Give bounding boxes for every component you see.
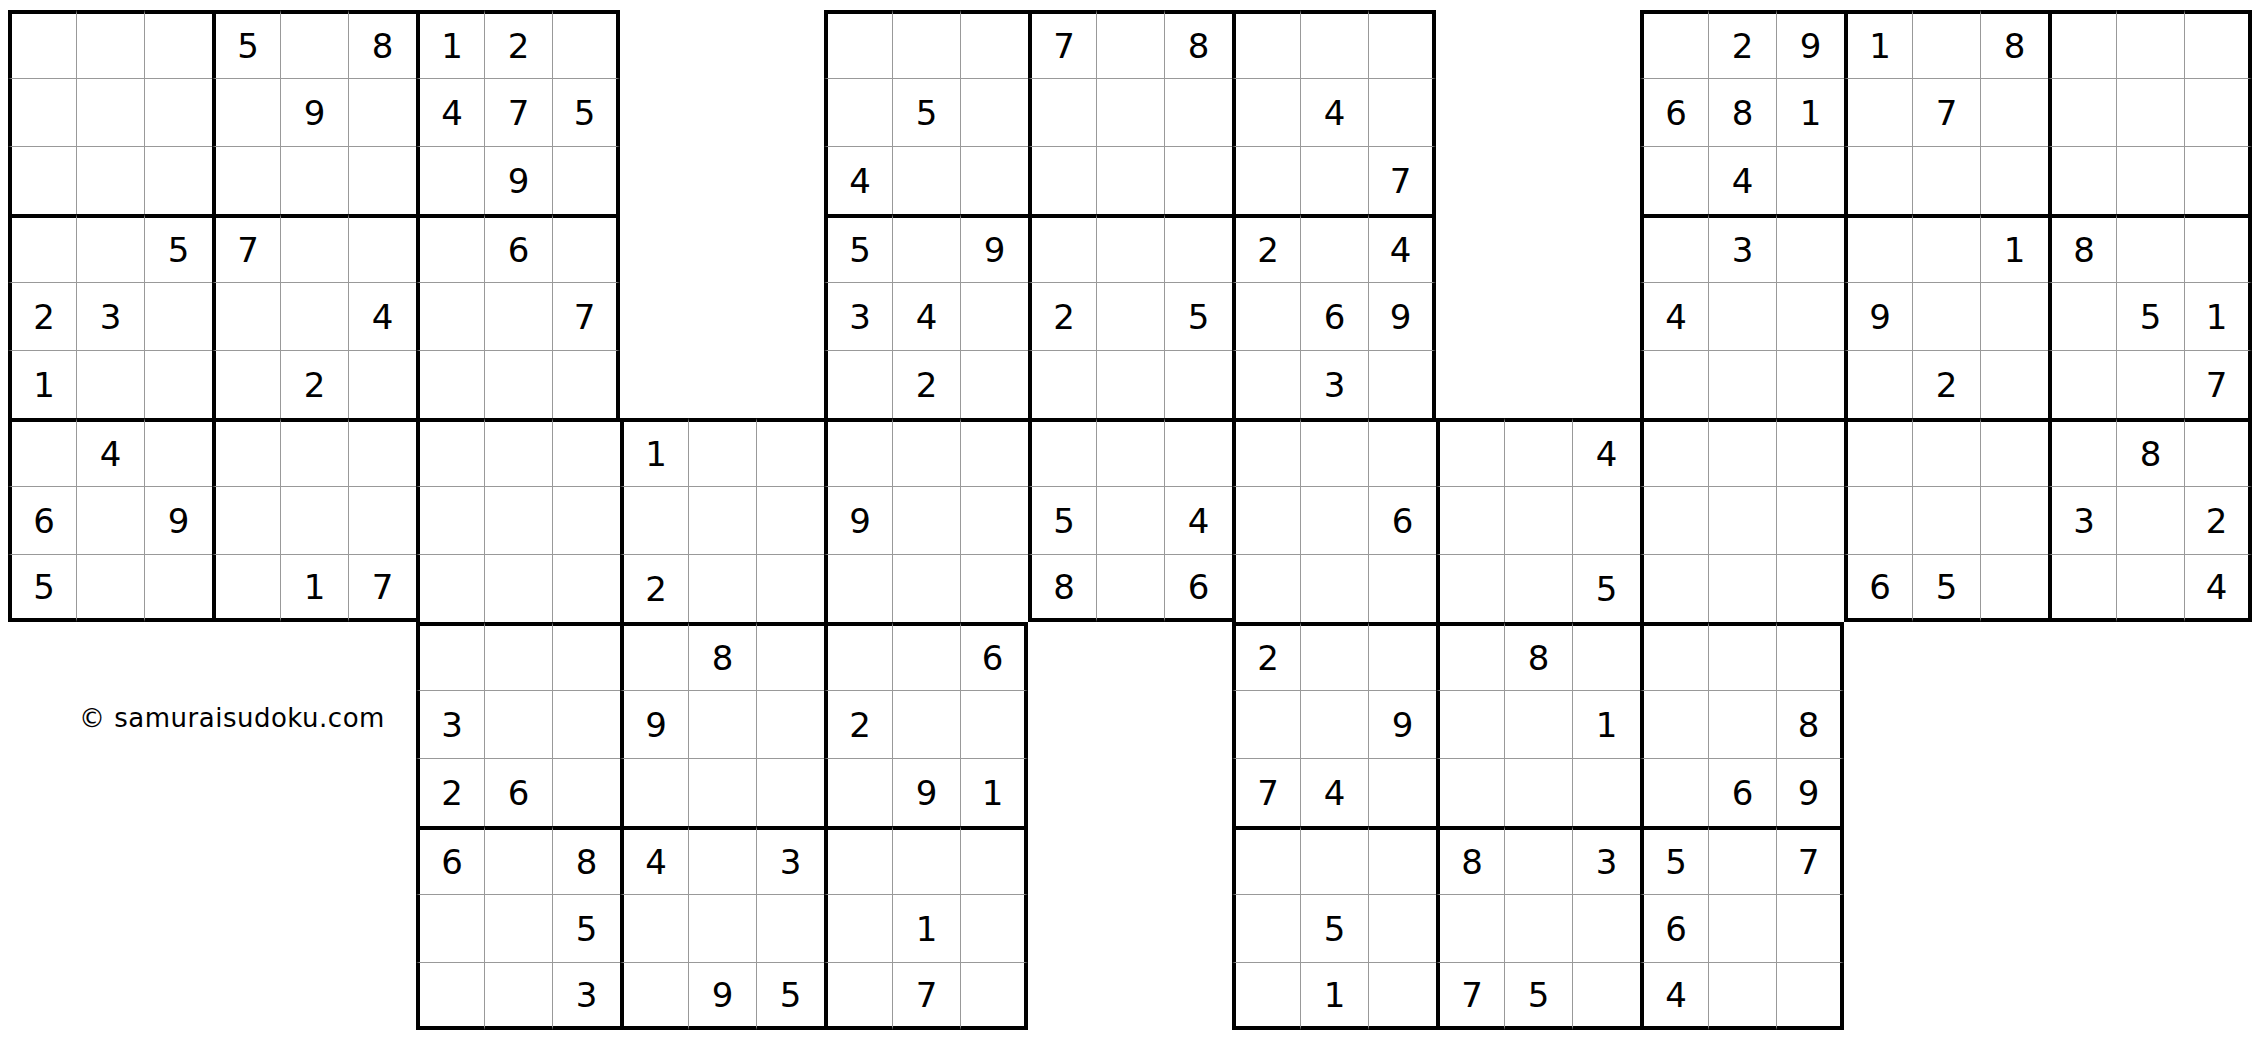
sudoku-cell-r5c14[interactable]: 4 <box>892 282 960 350</box>
sudoku-cell-r12c25[interactable] <box>1640 758 1708 826</box>
sudoku-cell-r3c32[interactable] <box>2116 146 2184 214</box>
sudoku-cell-r1c31[interactable] <box>2048 10 2116 78</box>
sudoku-cell-r12c26[interactable]: 6 <box>1708 758 1776 826</box>
sudoku-cell-r14c25[interactable]: 6 <box>1640 894 1708 962</box>
sudoku-cell-r12c27[interactable]: 9 <box>1776 758 1844 826</box>
sudoku-cell-r8c8[interactable] <box>484 486 552 554</box>
sudoku-cell-r8c33[interactable]: 2 <box>2184 486 2252 554</box>
sudoku-cell-r7c5[interactable] <box>280 418 348 486</box>
sudoku-cell-r14c7[interactable] <box>416 894 484 962</box>
sudoku-cell-r2c21[interactable] <box>1368 78 1436 146</box>
sudoku-cell-r8c17[interactable] <box>1096 486 1164 554</box>
sudoku-cell-r5c31[interactable] <box>2048 282 2116 350</box>
sudoku-cell-r3c27[interactable] <box>1776 146 1844 214</box>
sudoku-cell-r2c4[interactable] <box>212 78 280 146</box>
sudoku-cell-r2c3[interactable] <box>144 78 212 146</box>
sudoku-cell-r8c21[interactable]: 6 <box>1368 486 1436 554</box>
sudoku-cell-r9c28[interactable]: 6 <box>1844 554 1912 622</box>
sudoku-cell-r4c14[interactable] <box>892 214 960 282</box>
sudoku-cell-r7c23[interactable] <box>1504 418 1572 486</box>
sudoku-cell-r7c21[interactable] <box>1368 418 1436 486</box>
sudoku-cell-r4c21[interactable]: 4 <box>1368 214 1436 282</box>
sudoku-cell-r9c9[interactable] <box>552 554 620 622</box>
sudoku-cell-r7c18[interactable] <box>1164 418 1232 486</box>
sudoku-cell-r8c32[interactable] <box>2116 486 2184 554</box>
sudoku-cell-r1c28[interactable]: 1 <box>1844 10 1912 78</box>
sudoku-cell-r10c13[interactable] <box>824 622 892 690</box>
sudoku-cell-r2c19[interactable] <box>1232 78 1300 146</box>
sudoku-cell-r8c23[interactable] <box>1504 486 1572 554</box>
sudoku-cell-r9c18[interactable]: 6 <box>1164 554 1232 622</box>
sudoku-cell-r8c18[interactable]: 4 <box>1164 486 1232 554</box>
sudoku-cell-r1c3[interactable] <box>144 10 212 78</box>
sudoku-cell-r11c26[interactable] <box>1708 690 1776 758</box>
sudoku-cell-r7c24[interactable]: 4 <box>1572 418 1640 486</box>
sudoku-cell-r15c10[interactable] <box>620 962 688 1030</box>
sudoku-cell-r5c15[interactable] <box>960 282 1028 350</box>
sudoku-cell-r9c15[interactable] <box>960 554 1028 622</box>
sudoku-cell-r6c6[interactable] <box>348 350 416 418</box>
sudoku-cell-r3c16[interactable] <box>1028 146 1096 214</box>
sudoku-cell-r4c33[interactable] <box>2184 214 2252 282</box>
sudoku-cell-r1c26[interactable]: 2 <box>1708 10 1776 78</box>
sudoku-cell-r7c32[interactable]: 8 <box>2116 418 2184 486</box>
sudoku-cell-r9c14[interactable] <box>892 554 960 622</box>
sudoku-cell-r7c27[interactable] <box>1776 418 1844 486</box>
sudoku-cell-r3c28[interactable] <box>1844 146 1912 214</box>
sudoku-cell-r13c25[interactable]: 5 <box>1640 826 1708 894</box>
sudoku-cell-r13c23[interactable] <box>1504 826 1572 894</box>
sudoku-cell-r2c32[interactable] <box>2116 78 2184 146</box>
sudoku-cell-r12c9[interactable] <box>552 758 620 826</box>
sudoku-cell-r3c6[interactable] <box>348 146 416 214</box>
sudoku-cell-r13c14[interactable] <box>892 826 960 894</box>
sudoku-cell-r6c3[interactable] <box>144 350 212 418</box>
sudoku-cell-r10c23[interactable]: 8 <box>1504 622 1572 690</box>
sudoku-cell-r11c15[interactable] <box>960 690 1028 758</box>
sudoku-cell-r6c32[interactable] <box>2116 350 2184 418</box>
sudoku-cell-r8c11[interactable] <box>688 486 756 554</box>
sudoku-cell-r1c6[interactable]: 8 <box>348 10 416 78</box>
sudoku-cell-r6c21[interactable] <box>1368 350 1436 418</box>
sudoku-cell-r11c9[interactable] <box>552 690 620 758</box>
sudoku-cell-r1c20[interactable] <box>1300 10 1368 78</box>
sudoku-cell-r11c7[interactable]: 3 <box>416 690 484 758</box>
sudoku-cell-r2c2[interactable] <box>76 78 144 146</box>
sudoku-cell-r2c14[interactable]: 5 <box>892 78 960 146</box>
sudoku-cell-r13c11[interactable] <box>688 826 756 894</box>
sudoku-cell-r15c24[interactable] <box>1572 962 1640 1030</box>
sudoku-cell-r5c33[interactable]: 1 <box>2184 282 2252 350</box>
sudoku-cell-r7c13[interactable] <box>824 418 892 486</box>
sudoku-cell-r10c10[interactable] <box>620 622 688 690</box>
sudoku-cell-r5c17[interactable] <box>1096 282 1164 350</box>
sudoku-cell-r14c26[interactable] <box>1708 894 1776 962</box>
sudoku-cell-r8c20[interactable] <box>1300 486 1368 554</box>
sudoku-cell-r6c14[interactable]: 2 <box>892 350 960 418</box>
sudoku-cell-r5c2[interactable]: 3 <box>76 282 144 350</box>
sudoku-cell-r13c7[interactable]: 6 <box>416 826 484 894</box>
sudoku-cell-r7c9[interactable] <box>552 418 620 486</box>
sudoku-cell-r9c32[interactable] <box>2116 554 2184 622</box>
sudoku-cell-r10c24[interactable] <box>1572 622 1640 690</box>
sudoku-cell-r6c20[interactable]: 3 <box>1300 350 1368 418</box>
sudoku-cell-r2c13[interactable] <box>824 78 892 146</box>
sudoku-cell-r3c7[interactable] <box>416 146 484 214</box>
sudoku-cell-r11c23[interactable] <box>1504 690 1572 758</box>
sudoku-cell-r12c7[interactable]: 2 <box>416 758 484 826</box>
sudoku-cell-r5c20[interactable]: 6 <box>1300 282 1368 350</box>
sudoku-cell-r2c5[interactable]: 9 <box>280 78 348 146</box>
sudoku-cell-r14c10[interactable] <box>620 894 688 962</box>
sudoku-cell-r14c13[interactable] <box>824 894 892 962</box>
sudoku-cell-r1c14[interactable] <box>892 10 960 78</box>
sudoku-cell-r2c28[interactable] <box>1844 78 1912 146</box>
sudoku-cell-r11c19[interactable] <box>1232 690 1300 758</box>
sudoku-cell-r1c15[interactable] <box>960 10 1028 78</box>
sudoku-cell-r15c11[interactable]: 9 <box>688 962 756 1030</box>
sudoku-cell-r12c21[interactable] <box>1368 758 1436 826</box>
sudoku-cell-r2c18[interactable] <box>1164 78 1232 146</box>
sudoku-cell-r6c27[interactable] <box>1776 350 1844 418</box>
sudoku-cell-r11c8[interactable] <box>484 690 552 758</box>
sudoku-cell-r2c27[interactable]: 1 <box>1776 78 1844 146</box>
sudoku-cell-r1c13[interactable] <box>824 10 892 78</box>
sudoku-cell-r6c1[interactable]: 1 <box>8 350 76 418</box>
sudoku-cell-r1c21[interactable] <box>1368 10 1436 78</box>
sudoku-cell-r8c19[interactable] <box>1232 486 1300 554</box>
sudoku-cell-r9c17[interactable] <box>1096 554 1164 622</box>
sudoku-cell-r6c16[interactable] <box>1028 350 1096 418</box>
sudoku-cell-r10c26[interactable] <box>1708 622 1776 690</box>
sudoku-cell-r7c26[interactable] <box>1708 418 1776 486</box>
sudoku-cell-r6c17[interactable] <box>1096 350 1164 418</box>
sudoku-cell-r9c24[interactable]: 5 <box>1572 554 1640 622</box>
sudoku-cell-r5c5[interactable] <box>280 282 348 350</box>
sudoku-cell-r4c32[interactable] <box>2116 214 2184 282</box>
sudoku-cell-r7c15[interactable] <box>960 418 1028 486</box>
sudoku-cell-r7c33[interactable] <box>2184 418 2252 486</box>
sudoku-cell-r14c22[interactable] <box>1436 894 1504 962</box>
sudoku-cell-r9c13[interactable] <box>824 554 892 622</box>
sudoku-cell-r6c15[interactable] <box>960 350 1028 418</box>
sudoku-cell-r3c15[interactable] <box>960 146 1028 214</box>
sudoku-cell-r14c20[interactable]: 5 <box>1300 894 1368 962</box>
sudoku-cell-r9c30[interactable] <box>1980 554 2048 622</box>
sudoku-cell-r6c29[interactable]: 2 <box>1912 350 1980 418</box>
sudoku-cell-r2c17[interactable] <box>1096 78 1164 146</box>
sudoku-cell-r10c15[interactable]: 6 <box>960 622 1028 690</box>
sudoku-cell-r15c7[interactable] <box>416 962 484 1030</box>
sudoku-cell-r15c9[interactable]: 3 <box>552 962 620 1030</box>
sudoku-cell-r5c21[interactable]: 9 <box>1368 282 1436 350</box>
sudoku-cell-r2c20[interactable]: 4 <box>1300 78 1368 146</box>
sudoku-cell-r7c29[interactable] <box>1912 418 1980 486</box>
sudoku-cell-r7c11[interactable] <box>688 418 756 486</box>
sudoku-cell-r9c23[interactable] <box>1504 554 1572 622</box>
sudoku-cell-r12c11[interactable] <box>688 758 756 826</box>
sudoku-cell-r14c24[interactable] <box>1572 894 1640 962</box>
sudoku-cell-r7c16[interactable] <box>1028 418 1096 486</box>
sudoku-cell-r7c3[interactable] <box>144 418 212 486</box>
sudoku-cell-r14c15[interactable] <box>960 894 1028 962</box>
sudoku-cell-r8c22[interactable] <box>1436 486 1504 554</box>
sudoku-cell-r10c22[interactable] <box>1436 622 1504 690</box>
sudoku-cell-r6c28[interactable] <box>1844 350 1912 418</box>
sudoku-cell-r2c6[interactable] <box>348 78 416 146</box>
sudoku-cell-r7c19[interactable] <box>1232 418 1300 486</box>
sudoku-cell-r4c2[interactable] <box>76 214 144 282</box>
sudoku-cell-r13c8[interactable] <box>484 826 552 894</box>
sudoku-cell-r2c26[interactable]: 8 <box>1708 78 1776 146</box>
sudoku-cell-r13c21[interactable] <box>1368 826 1436 894</box>
sudoku-cell-r1c7[interactable]: 1 <box>416 10 484 78</box>
sudoku-cell-r1c16[interactable]: 7 <box>1028 10 1096 78</box>
sudoku-cell-r10c21[interactable] <box>1368 622 1436 690</box>
sudoku-cell-r2c8[interactable]: 7 <box>484 78 552 146</box>
sudoku-cell-r9c11[interactable] <box>688 554 756 622</box>
sudoku-cell-r3c30[interactable] <box>1980 146 2048 214</box>
sudoku-cell-r5c8[interactable] <box>484 282 552 350</box>
sudoku-cell-r8c12[interactable] <box>756 486 824 554</box>
sudoku-cell-r6c2[interactable] <box>76 350 144 418</box>
sudoku-cell-r10c19[interactable]: 2 <box>1232 622 1300 690</box>
sudoku-cell-r13c19[interactable] <box>1232 826 1300 894</box>
sudoku-cell-r8c3[interactable]: 9 <box>144 486 212 554</box>
sudoku-cell-r5c19[interactable] <box>1232 282 1300 350</box>
sudoku-cell-r4c6[interactable] <box>348 214 416 282</box>
sudoku-cell-r3c13[interactable]: 4 <box>824 146 892 214</box>
sudoku-cell-r5c29[interactable] <box>1912 282 1980 350</box>
sudoku-cell-r8c2[interactable] <box>76 486 144 554</box>
sudoku-cell-r8c13[interactable]: 9 <box>824 486 892 554</box>
sudoku-cell-r9c22[interactable] <box>1436 554 1504 622</box>
sudoku-cell-r3c9[interactable] <box>552 146 620 214</box>
sudoku-cell-r12c14[interactable]: 9 <box>892 758 960 826</box>
sudoku-cell-r6c13[interactable] <box>824 350 892 418</box>
sudoku-cell-r7c25[interactable] <box>1640 418 1708 486</box>
sudoku-cell-r8c5[interactable] <box>280 486 348 554</box>
sudoku-cell-r8c16[interactable]: 5 <box>1028 486 1096 554</box>
sudoku-cell-r6c26[interactable] <box>1708 350 1776 418</box>
sudoku-cell-r13c20[interactable] <box>1300 826 1368 894</box>
sudoku-cell-r4c19[interactable]: 2 <box>1232 214 1300 282</box>
sudoku-cell-r6c9[interactable] <box>552 350 620 418</box>
sudoku-cell-r3c31[interactable] <box>2048 146 2116 214</box>
sudoku-cell-r2c33[interactable] <box>2184 78 2252 146</box>
sudoku-cell-r4c16[interactable] <box>1028 214 1096 282</box>
sudoku-cell-r5c26[interactable] <box>1708 282 1776 350</box>
sudoku-cell-r5c3[interactable] <box>144 282 212 350</box>
sudoku-cell-r7c20[interactable] <box>1300 418 1368 486</box>
sudoku-cell-r4c28[interactable] <box>1844 214 1912 282</box>
sudoku-cell-r10c20[interactable] <box>1300 622 1368 690</box>
sudoku-cell-r3c33[interactable] <box>2184 146 2252 214</box>
sudoku-cell-r14c12[interactable] <box>756 894 824 962</box>
sudoku-cell-r10c25[interactable] <box>1640 622 1708 690</box>
sudoku-cell-r13c15[interactable] <box>960 826 1028 894</box>
sudoku-cell-r15c12[interactable]: 5 <box>756 962 824 1030</box>
sudoku-cell-r7c2[interactable]: 4 <box>76 418 144 486</box>
sudoku-cell-r9c29[interactable]: 5 <box>1912 554 1980 622</box>
sudoku-cell-r14c14[interactable]: 1 <box>892 894 960 962</box>
sudoku-cell-r5c27[interactable] <box>1776 282 1844 350</box>
sudoku-cell-r2c31[interactable] <box>2048 78 2116 146</box>
sudoku-cell-r3c19[interactable] <box>1232 146 1300 214</box>
sudoku-cell-r13c22[interactable]: 8 <box>1436 826 1504 894</box>
sudoku-cell-r7c8[interactable] <box>484 418 552 486</box>
sudoku-cell-r9c5[interactable]: 1 <box>280 554 348 622</box>
sudoku-cell-r7c6[interactable] <box>348 418 416 486</box>
sudoku-cell-r4c4[interactable]: 7 <box>212 214 280 282</box>
sudoku-cell-r14c19[interactable] <box>1232 894 1300 962</box>
sudoku-cell-r5c32[interactable]: 5 <box>2116 282 2184 350</box>
sudoku-cell-r1c5[interactable] <box>280 10 348 78</box>
sudoku-cell-r4c18[interactable] <box>1164 214 1232 282</box>
sudoku-cell-r3c2[interactable] <box>76 146 144 214</box>
sudoku-cell-r12c20[interactable]: 4 <box>1300 758 1368 826</box>
sudoku-cell-r5c4[interactable] <box>212 282 280 350</box>
sudoku-cell-r13c13[interactable] <box>824 826 892 894</box>
sudoku-cell-r3c3[interactable] <box>144 146 212 214</box>
sudoku-cell-r9c27[interactable] <box>1776 554 1844 622</box>
sudoku-cell-r8c24[interactable] <box>1572 486 1640 554</box>
sudoku-cell-r4c15[interactable]: 9 <box>960 214 1028 282</box>
sudoku-cell-r9c25[interactable] <box>1640 554 1708 622</box>
sudoku-cell-r11c21[interactable]: 9 <box>1368 690 1436 758</box>
sudoku-cell-r2c15[interactable] <box>960 78 1028 146</box>
sudoku-cell-r8c15[interactable] <box>960 486 1028 554</box>
sudoku-cell-r9c6[interactable]: 7 <box>348 554 416 622</box>
sudoku-cell-r11c27[interactable]: 8 <box>1776 690 1844 758</box>
sudoku-cell-r9c10[interactable]: 2 <box>620 554 688 622</box>
sudoku-cell-r15c26[interactable] <box>1708 962 1776 1030</box>
sudoku-cell-r12c22[interactable] <box>1436 758 1504 826</box>
sudoku-cell-r4c27[interactable] <box>1776 214 1844 282</box>
sudoku-cell-r1c25[interactable] <box>1640 10 1708 78</box>
sudoku-cell-r5c7[interactable] <box>416 282 484 350</box>
sudoku-cell-r3c14[interactable] <box>892 146 960 214</box>
sudoku-cell-r7c14[interactable] <box>892 418 960 486</box>
sudoku-cell-r1c30[interactable]: 8 <box>1980 10 2048 78</box>
sudoku-cell-r7c12[interactable] <box>756 418 824 486</box>
sudoku-cell-r6c30[interactable] <box>1980 350 2048 418</box>
sudoku-cell-r2c9[interactable]: 5 <box>552 78 620 146</box>
sudoku-cell-r8c28[interactable] <box>1844 486 1912 554</box>
sudoku-cell-r12c12[interactable] <box>756 758 824 826</box>
sudoku-cell-r2c1[interactable] <box>8 78 76 146</box>
sudoku-cell-r4c5[interactable] <box>280 214 348 282</box>
sudoku-cell-r11c11[interactable] <box>688 690 756 758</box>
sudoku-cell-r3c18[interactable] <box>1164 146 1232 214</box>
sudoku-cell-r1c1[interactable] <box>8 10 76 78</box>
sudoku-cell-r2c25[interactable]: 6 <box>1640 78 1708 146</box>
sudoku-cell-r14c11[interactable] <box>688 894 756 962</box>
sudoku-cell-r9c3[interactable] <box>144 554 212 622</box>
sudoku-cell-r13c27[interactable]: 7 <box>1776 826 1844 894</box>
sudoku-cell-r12c13[interactable] <box>824 758 892 826</box>
sudoku-cell-r10c8[interactable] <box>484 622 552 690</box>
sudoku-cell-r5c1[interactable]: 2 <box>8 282 76 350</box>
sudoku-cell-r1c4[interactable]: 5 <box>212 10 280 78</box>
sudoku-cell-r13c9[interactable]: 8 <box>552 826 620 894</box>
sudoku-cell-r8c14[interactable] <box>892 486 960 554</box>
sudoku-cell-r9c1[interactable]: 5 <box>8 554 76 622</box>
sudoku-cell-r2c30[interactable] <box>1980 78 2048 146</box>
sudoku-cell-r4c25[interactable] <box>1640 214 1708 282</box>
sudoku-cell-r5c13[interactable]: 3 <box>824 282 892 350</box>
sudoku-cell-r15c25[interactable]: 4 <box>1640 962 1708 1030</box>
sudoku-cell-r1c32[interactable] <box>2116 10 2184 78</box>
sudoku-cell-r2c7[interactable]: 4 <box>416 78 484 146</box>
sudoku-cell-r9c4[interactable] <box>212 554 280 622</box>
sudoku-cell-r4c17[interactable] <box>1096 214 1164 282</box>
sudoku-cell-r8c1[interactable]: 6 <box>8 486 76 554</box>
sudoku-cell-r3c4[interactable] <box>212 146 280 214</box>
sudoku-cell-r10c11[interactable]: 8 <box>688 622 756 690</box>
sudoku-cell-r11c10[interactable]: 9 <box>620 690 688 758</box>
sudoku-cell-r3c26[interactable]: 4 <box>1708 146 1776 214</box>
sudoku-cell-r6c5[interactable]: 2 <box>280 350 348 418</box>
sudoku-cell-r15c14[interactable]: 7 <box>892 962 960 1030</box>
sudoku-cell-r1c19[interactable] <box>1232 10 1300 78</box>
sudoku-cell-r10c12[interactable] <box>756 622 824 690</box>
sudoku-cell-r4c13[interactable]: 5 <box>824 214 892 282</box>
sudoku-cell-r6c18[interactable] <box>1164 350 1232 418</box>
sudoku-cell-r14c21[interactable] <box>1368 894 1436 962</box>
sudoku-cell-r3c5[interactable] <box>280 146 348 214</box>
sudoku-cell-r5c18[interactable]: 5 <box>1164 282 1232 350</box>
sudoku-cell-r14c27[interactable] <box>1776 894 1844 962</box>
sudoku-cell-r9c2[interactable] <box>76 554 144 622</box>
sudoku-cell-r4c9[interactable] <box>552 214 620 282</box>
sudoku-cell-r7c31[interactable] <box>2048 418 2116 486</box>
sudoku-cell-r15c23[interactable]: 5 <box>1504 962 1572 1030</box>
sudoku-cell-r3c25[interactable] <box>1640 146 1708 214</box>
sudoku-cell-r8c30[interactable] <box>1980 486 2048 554</box>
sudoku-cell-r9c12[interactable] <box>756 554 824 622</box>
sudoku-cell-r9c26[interactable] <box>1708 554 1776 622</box>
sudoku-cell-r1c2[interactable] <box>76 10 144 78</box>
sudoku-cell-r3c1[interactable] <box>8 146 76 214</box>
sudoku-cell-r8c26[interactable] <box>1708 486 1776 554</box>
sudoku-cell-r8c10[interactable] <box>620 486 688 554</box>
sudoku-cell-r1c9[interactable] <box>552 10 620 78</box>
sudoku-cell-r11c22[interactable] <box>1436 690 1504 758</box>
sudoku-cell-r13c26[interactable] <box>1708 826 1776 894</box>
sudoku-cell-r6c25[interactable] <box>1640 350 1708 418</box>
sudoku-cell-r5c6[interactable]: 4 <box>348 282 416 350</box>
sudoku-cell-r15c15[interactable] <box>960 962 1028 1030</box>
sudoku-cell-r7c1[interactable] <box>8 418 76 486</box>
sudoku-cell-r13c24[interactable]: 3 <box>1572 826 1640 894</box>
sudoku-cell-r6c7[interactable] <box>416 350 484 418</box>
sudoku-cell-r7c4[interactable] <box>212 418 280 486</box>
sudoku-cell-r1c27[interactable]: 9 <box>1776 10 1844 78</box>
sudoku-cell-r10c14[interactable] <box>892 622 960 690</box>
sudoku-cell-r3c8[interactable]: 9 <box>484 146 552 214</box>
sudoku-cell-r9c31[interactable] <box>2048 554 2116 622</box>
sudoku-cell-r12c19[interactable]: 7 <box>1232 758 1300 826</box>
sudoku-cell-r9c19[interactable] <box>1232 554 1300 622</box>
sudoku-cell-r3c21[interactable]: 7 <box>1368 146 1436 214</box>
sudoku-cell-r9c20[interactable] <box>1300 554 1368 622</box>
sudoku-cell-r8c29[interactable] <box>1912 486 1980 554</box>
sudoku-cell-r5c28[interactable]: 9 <box>1844 282 1912 350</box>
sudoku-cell-r8c25[interactable] <box>1640 486 1708 554</box>
sudoku-cell-r2c16[interactable] <box>1028 78 1096 146</box>
sudoku-cell-r4c3[interactable]: 5 <box>144 214 212 282</box>
